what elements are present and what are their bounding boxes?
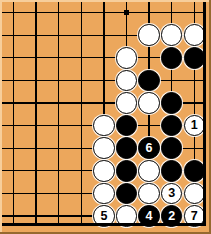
- grid-vline: [35, 0, 36, 225]
- grid-vline: [13, 0, 14, 225]
- bevel-left: [0, 0, 2, 234]
- stone-white: [116, 70, 138, 92]
- grid-vline: [58, 0, 59, 225]
- stone-black: [116, 115, 138, 137]
- stone-white: [138, 24, 160, 46]
- bevel-right: [209, 0, 211, 234]
- go-board[interactable]: 1635427: [0, 0, 211, 234]
- stone-white: [93, 183, 115, 205]
- stone-black: [161, 92, 183, 114]
- stone-white: [138, 183, 160, 205]
- stone-white: [116, 92, 138, 114]
- grid-vline: [81, 0, 82, 225]
- stone-white: [93, 115, 115, 137]
- stone-black: [184, 47, 206, 69]
- stone-white: [184, 24, 206, 46]
- stone-white: [184, 183, 206, 205]
- stone-black: [161, 47, 183, 69]
- move-3-stone: 3: [161, 183, 183, 205]
- stone-white: [93, 137, 115, 159]
- stone-black: [116, 160, 138, 182]
- stone-black: [138, 70, 160, 92]
- stone-black: [116, 183, 138, 205]
- stone-black: [161, 115, 183, 137]
- stone-black: [161, 137, 183, 159]
- star-point: [124, 10, 129, 15]
- stone-white: [138, 92, 160, 114]
- board-edge-bottom: [0, 223, 206, 226]
- bevel-bottom: [0, 232, 211, 234]
- stone-white: [138, 160, 160, 182]
- stone-white: [93, 160, 115, 182]
- stone-black: [161, 160, 183, 182]
- stone-white: [116, 47, 138, 69]
- move-1-stone: 1: [184, 115, 206, 137]
- stone-black: [184, 160, 206, 182]
- bevel-top: [0, 0, 211, 2]
- stone-white: [161, 24, 183, 46]
- move-6-stone: 6: [138, 137, 160, 159]
- stone-black: [116, 137, 138, 159]
- board-edge-right: [203, 0, 206, 226]
